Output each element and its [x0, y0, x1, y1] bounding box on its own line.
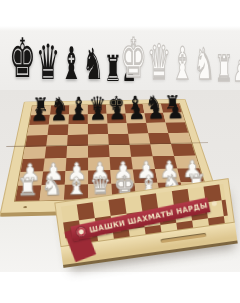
square-g7: ♟: [144, 113, 165, 123]
lineup-white-queen: ♛: [147, 37, 171, 86]
square-e7: ♟: [107, 114, 127, 124]
black-p: ♟: [147, 103, 165, 123]
square-b6: [48, 124, 69, 135]
lineup-white-pawn: ♟: [233, 57, 240, 86]
square-d4: [88, 145, 110, 157]
square-b7: ♟: [49, 114, 69, 124]
square-c7: ♟: [68, 114, 88, 124]
square-h7: ♟: [163, 113, 185, 123]
lineup-white-king: ♚: [120, 32, 147, 86]
square-d7: ♟: [88, 114, 108, 124]
square-d6: [88, 124, 108, 135]
square-c6: [68, 124, 88, 135]
square-f6: [127, 123, 148, 134]
black-p: ♟: [89, 104, 107, 124]
black-pieces-lineup: ♚♛♝♞♜♟: [9, 56, 115, 86]
black-p: ♟: [166, 102, 184, 122]
black-p: ♟: [108, 103, 126, 123]
square-b1: ♞: [40, 185, 65, 201]
white-n: ♞: [40, 175, 62, 200]
square-b4: [45, 146, 67, 158]
black-p: ♟: [69, 104, 87, 124]
frame-screw-icon: [23, 206, 27, 208]
lineup-white-bishop: ♝: [171, 41, 193, 86]
box-latch-slot: [160, 233, 206, 243]
lineup-black-knight: ♞: [83, 43, 105, 86]
square-a1: ♜: [15, 185, 41, 201]
lineup-white-knight: ♞: [194, 43, 216, 86]
white-b: ♝: [65, 174, 87, 199]
black-p: ♟: [30, 105, 48, 125]
square-g6: [146, 123, 168, 134]
square-h4: [171, 144, 195, 156]
square-g4: [150, 144, 174, 156]
brand-emblem-icon: [75, 225, 88, 238]
square-e4: [109, 145, 131, 157]
lineup-black-king: ♚: [9, 32, 36, 86]
square-a6: [27, 125, 49, 136]
white-r: ♜: [16, 175, 38, 200]
square-f4: [130, 144, 153, 156]
square-a7: ♟: [29, 115, 50, 125]
white-pieces-lineup: ♚♛♝♞♜♟: [120, 56, 233, 86]
square-h6: [166, 122, 189, 133]
square-e5: [108, 134, 130, 146]
square-a4: [23, 146, 46, 158]
lineup-black-bishop: ♝: [60, 41, 82, 86]
black-p: ♟: [127, 103, 145, 123]
square-e6: [107, 123, 128, 134]
photo-board-and-box: ♜♞♝♛♚♝♞♜♟♟♟♟♟♟♟♟♟♟♟♟♟♟♟♟♜♞♝♛♚♝♞♜ ШАШКИ Ш…: [0, 90, 240, 303]
square-c4: [66, 146, 88, 158]
black-p: ♟: [49, 104, 67, 124]
chess-set-product-photo: ♚♛♝♞♜♟ ♚♛♝♞♜♟ ♜♞♝♛♚♝♞♜♟♟♟♟♟♟♟♟♟♟♟♟♟♟♟♟♜♞…: [0, 0, 240, 303]
photo-pieces-lineup: ♚♛♝♞♜♟ ♚♛♝♞♜♟: [0, 0, 240, 90]
lineup-black-queen: ♛: [36, 37, 60, 86]
lineup-white-rook: ♜: [215, 50, 233, 86]
square-f7: ♟: [126, 113, 147, 123]
